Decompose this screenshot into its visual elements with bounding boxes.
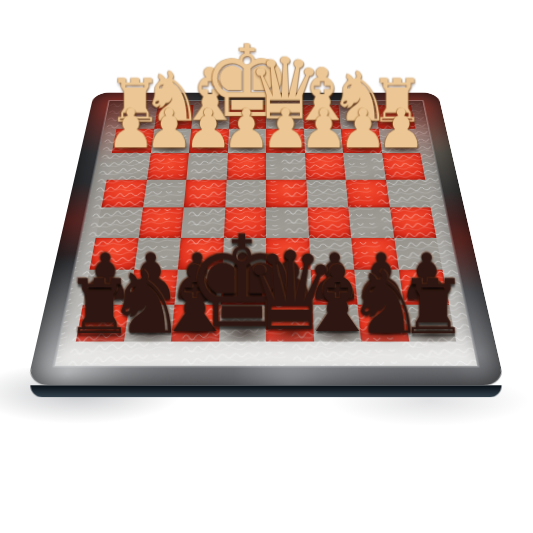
square-c2 bbox=[303, 128, 343, 153]
square-g4 bbox=[143, 179, 187, 207]
square-d4 bbox=[266, 179, 307, 207]
square-b1 bbox=[339, 105, 379, 128]
square-e3 bbox=[226, 153, 266, 179]
square-d3 bbox=[266, 153, 306, 179]
product-photo-stage: ♜♞♝♚♛♝♞♜♟♟♟♟♟♟♟♟♟♟♟♟♟♟♟♟♜♞♝♚♛♝♞♜ bbox=[0, 0, 533, 533]
perspective-scene: ♜♞♝♚♛♝♞♜♟♟♟♟♟♟♟♟♟♟♟♟♟♟♟♟♜♞♝♚♛♝♞♜ bbox=[0, 0, 533, 533]
square-b3 bbox=[343, 153, 385, 179]
square-a1 bbox=[375, 105, 416, 128]
square-g1 bbox=[154, 105, 194, 128]
square-a3 bbox=[382, 153, 426, 179]
square-h4 bbox=[101, 179, 146, 207]
square-f2 bbox=[189, 128, 229, 153]
square-f4 bbox=[184, 179, 226, 207]
square-h3 bbox=[107, 153, 151, 179]
square-e4 bbox=[225, 179, 266, 207]
square-c1 bbox=[302, 105, 340, 128]
square-a4 bbox=[385, 179, 430, 207]
square-d2 bbox=[266, 128, 305, 153]
square-d1 bbox=[266, 105, 303, 128]
square-g3 bbox=[147, 153, 189, 179]
square-c4 bbox=[306, 179, 348, 207]
square-e2 bbox=[227, 128, 266, 153]
board-front-edge bbox=[30, 385, 501, 397]
chess-board: ♜♞♝♚♛♝♞♜♟♟♟♟♟♟♟♟♟♟♟♟♟♟♟♟♜♞♝♚♛♝♞♜ bbox=[27, 93, 505, 386]
square-g2 bbox=[150, 128, 191, 153]
square-f1 bbox=[191, 105, 229, 128]
square-b2 bbox=[341, 128, 382, 153]
square-f3 bbox=[186, 153, 227, 179]
piece-black-rook-a8: ♜ bbox=[403, 304, 456, 341]
square-e1 bbox=[229, 105, 266, 128]
square-b4 bbox=[346, 179, 390, 207]
square-h1 bbox=[117, 105, 158, 128]
square-h2 bbox=[112, 128, 154, 153]
black-rook-glyph: ♜ bbox=[399, 270, 467, 346]
square-c3 bbox=[305, 153, 346, 179]
square-a2 bbox=[378, 128, 420, 153]
